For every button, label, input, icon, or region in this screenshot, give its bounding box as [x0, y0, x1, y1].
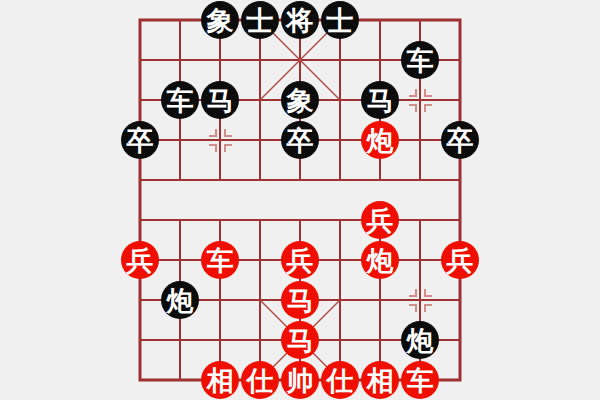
black-soldier-e7[interactable]: 卒: [281, 121, 319, 159]
black-chariot-b8[interactable]: 车: [161, 81, 199, 119]
red-cannon-g4[interactable]: 炮: [361, 241, 399, 279]
red-advisor-f1[interactable]: 仕: [321, 361, 359, 399]
black-soldier-a7[interactable]: 卒: [121, 121, 159, 159]
black-advisor-f10[interactable]: 士: [321, 1, 359, 39]
red-soldier-a4[interactable]: 兵: [121, 241, 159, 279]
red-chariot-c4[interactable]: 车: [201, 241, 239, 279]
red-advisor-d1[interactable]: 仕: [241, 361, 279, 399]
black-elephant-c10[interactable]: 象: [201, 1, 239, 39]
red-soldier-e4[interactable]: 兵: [281, 241, 319, 279]
red-soldier-g5[interactable]: 兵: [361, 201, 399, 239]
red-elephant-c1[interactable]: 相: [201, 361, 239, 399]
point-marker-h3: [409, 289, 432, 312]
black-advisor-d10[interactable]: 士: [241, 1, 279, 39]
red-elephant-g1[interactable]: 相: [361, 361, 399, 399]
red-horse-e2[interactable]: 马: [281, 321, 319, 359]
black-soldier-i7[interactable]: 卒: [441, 121, 479, 159]
black-cannon-h2[interactable]: 炮: [401, 321, 439, 359]
point-marker-c7: [209, 129, 232, 152]
red-chariot-h1[interactable]: 车: [401, 361, 439, 399]
point-marker-h8: [409, 89, 432, 112]
red-horse-e3[interactable]: 马: [281, 281, 319, 319]
red-soldier-i4[interactable]: 兵: [441, 241, 479, 279]
black-chariot-h9[interactable]: 车: [401, 41, 439, 79]
board-intersections: 象士将士车车马象马卒卒炮卒兵兵车兵炮兵炮马马炮相仕帅仕相车: [120, 0, 480, 400]
black-cannon-b3[interactable]: 炮: [161, 281, 199, 319]
black-horse-c8[interactable]: 马: [201, 81, 239, 119]
black-horse-g8[interactable]: 马: [361, 81, 399, 119]
red-king-e1[interactable]: 帅: [281, 361, 319, 399]
black-general-e10[interactable]: 将: [281, 1, 319, 39]
red-cannon-g7[interactable]: 炮: [361, 121, 399, 159]
board-area: 象士将士车车马象马卒卒炮卒兵兵车兵炮兵炮马马炮相仕帅仕相车: [0, 0, 600, 400]
black-elephant-e8[interactable]: 象: [281, 81, 319, 119]
